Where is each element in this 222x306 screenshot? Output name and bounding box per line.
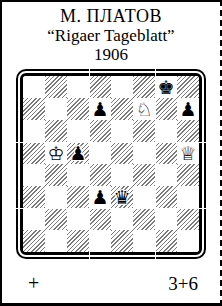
- square-a7: [23, 98, 45, 120]
- publication-year: 1906: [2, 45, 220, 64]
- square-f5: [133, 142, 155, 164]
- diagram-page: М. ПЛАТОВ “Rigaer Tageblatt” 1906 ♚♟♘♟♔♟…: [0, 0, 222, 306]
- square-f8: [133, 76, 155, 98]
- stipulation-symbol: +: [28, 272, 39, 295]
- square-g5: [155, 142, 177, 164]
- material-count: 3+6: [168, 273, 198, 295]
- square-f4: [133, 164, 155, 186]
- square-e7: [111, 98, 133, 120]
- piece-white-queen: ♕: [179, 142, 196, 164]
- board-frame: ♚♟♘♟♔♟♕♟♛: [16, 69, 206, 259]
- square-d4: [89, 164, 111, 186]
- square-d5: [89, 142, 111, 164]
- square-e6: [111, 120, 133, 142]
- square-b7: [45, 98, 67, 120]
- square-d7: ♟: [89, 98, 111, 120]
- square-e1: [111, 230, 133, 252]
- square-g4: [155, 164, 177, 186]
- square-f3: [133, 186, 155, 208]
- square-h1: [177, 230, 199, 252]
- square-b6: [45, 120, 67, 142]
- square-d8: [89, 76, 111, 98]
- composer-name: М. ПЛАТОВ: [2, 6, 220, 26]
- piece-black-pawn: ♟: [179, 98, 196, 120]
- piece-white-king: ♔: [47, 142, 64, 164]
- piece-black-pawn: ♟: [91, 186, 108, 208]
- diagram-footer: + 3+6: [2, 272, 220, 295]
- square-g1: [155, 230, 177, 252]
- square-c6: [67, 120, 89, 142]
- square-e2: [111, 208, 133, 230]
- scan-artifact-line: [89, 69, 90, 259]
- square-f1: [133, 230, 155, 252]
- piece-black-pawn: ♟: [91, 98, 108, 120]
- square-a3: [23, 186, 45, 208]
- square-d1: [89, 230, 111, 252]
- piece-white-knight: ♘: [135, 98, 152, 120]
- piece-black-king: ♚: [157, 76, 174, 98]
- square-b1: [45, 230, 67, 252]
- square-h8: [177, 76, 199, 98]
- square-f7: ♘: [133, 98, 155, 120]
- square-a1: [23, 230, 45, 252]
- square-h6: [177, 120, 199, 142]
- square-f6: [133, 120, 155, 142]
- scan-artifact-line: [155, 69, 156, 259]
- square-e4: [111, 164, 133, 186]
- square-c4: [67, 164, 89, 186]
- scan-artifact-line: [16, 208, 206, 209]
- square-b5: ♔: [45, 142, 67, 164]
- square-a2: [23, 208, 45, 230]
- square-c5: ♟: [67, 142, 89, 164]
- square-d2: [89, 208, 111, 230]
- square-c2: [67, 208, 89, 230]
- square-g7: [155, 98, 177, 120]
- square-h3: [177, 186, 199, 208]
- square-b4: [45, 164, 67, 186]
- square-g8: ♚: [155, 76, 177, 98]
- square-a5: [23, 142, 45, 164]
- square-g3: [155, 186, 177, 208]
- square-c8: [67, 76, 89, 98]
- square-a4: [23, 164, 45, 186]
- square-e5: [111, 142, 133, 164]
- square-a6: [23, 120, 45, 142]
- square-c7: [67, 98, 89, 120]
- square-g2: [155, 208, 177, 230]
- square-b8: [45, 76, 67, 98]
- piece-black-queen: ♛: [113, 186, 130, 208]
- square-d3: ♟: [89, 186, 111, 208]
- square-a8: [23, 76, 45, 98]
- square-h2: [177, 208, 199, 230]
- board-border: ♚♟♘♟♔♟♕♟♛: [20, 73, 202, 255]
- source-title: “Rigaer Tageblatt”: [2, 26, 220, 45]
- scan-artifact-line: [16, 142, 206, 143]
- piece-black-pawn: ♟: [69, 142, 86, 164]
- diagram-header: М. ПЛАТОВ “Rigaer Tageblatt” 1906: [2, 2, 220, 64]
- board-grid: ♚♟♘♟♔♟♕♟♛: [23, 76, 199, 252]
- square-h4: [177, 164, 199, 186]
- square-g6: [155, 120, 177, 142]
- square-e3: ♛: [111, 186, 133, 208]
- square-h7: ♟: [177, 98, 199, 120]
- square-e8: [111, 76, 133, 98]
- square-f2: [133, 208, 155, 230]
- square-b3: [45, 186, 67, 208]
- square-h5: ♕: [177, 142, 199, 164]
- square-c1: [67, 230, 89, 252]
- square-b2: [45, 208, 67, 230]
- square-c3: [67, 186, 89, 208]
- square-d6: [89, 120, 111, 142]
